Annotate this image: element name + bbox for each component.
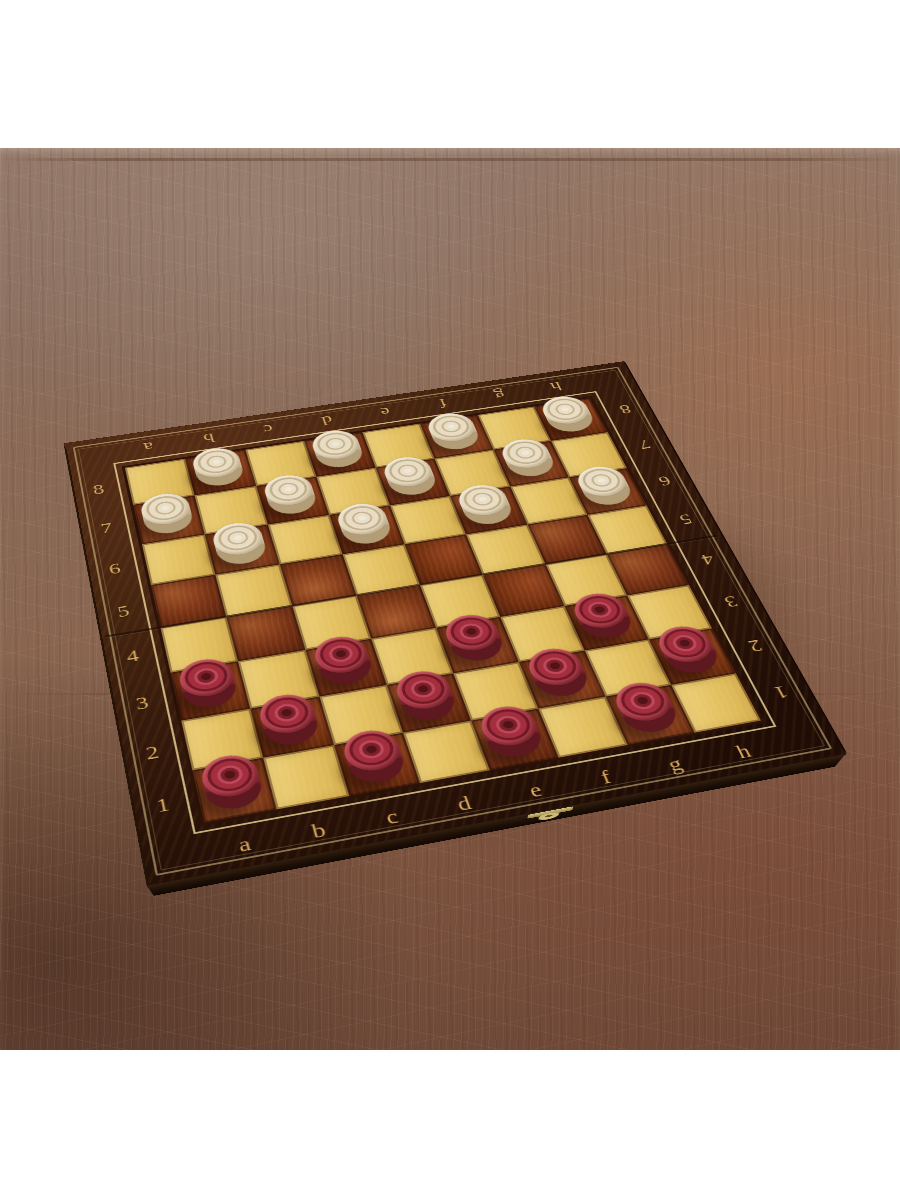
square-b2[interactable]: [250, 696, 333, 757]
checker-barrel: [575, 607, 628, 625]
file-label-d: d: [423, 783, 505, 824]
board-scene: abcdefgh abcdefgh 87654321 87654321: [100, 335, 740, 834]
checker-barrel: [617, 697, 673, 717]
checker-white-e7[interactable]: [383, 463, 440, 498]
checker-top: [176, 656, 237, 700]
checker-red-e1[interactable]: [480, 714, 547, 761]
square-a5[interactable]: [151, 575, 227, 628]
checker-base: [395, 678, 460, 724]
checker-barrel: [397, 685, 452, 705]
checker-base: [528, 655, 594, 699]
file-label-g: g: [634, 744, 715, 783]
checker-white-b6[interactable]: [212, 529, 269, 567]
square-g2[interactable]: [584, 639, 671, 696]
file-label-b: b: [278, 809, 360, 851]
square-f1[interactable]: [538, 696, 627, 757]
square-e1[interactable]: [471, 708, 559, 770]
square-a1[interactable]: [192, 757, 277, 822]
checker-red-d2[interactable]: [395, 678, 460, 724]
checker-top: [310, 634, 372, 677]
checker-white-g7[interactable]: [501, 445, 559, 480]
checker-top: [475, 703, 542, 750]
board-top-face: abcdefgh abcdefgh 87654321 87654321: [64, 361, 846, 885]
file-label-a: a: [204, 823, 286, 866]
checker-barrel: [261, 709, 317, 729]
checker-red-c1[interactable]: [342, 738, 408, 787]
rank-label-3: 3: [119, 676, 165, 730]
checker-top: [441, 612, 504, 654]
square-d3[interactable]: [371, 628, 453, 685]
square-d4[interactable]: [356, 585, 436, 639]
square-a4[interactable]: [161, 617, 239, 673]
checker-red-h2[interactable]: [657, 633, 724, 676]
square-c3[interactable]: [305, 639, 386, 696]
checker-red-a1[interactable]: [201, 763, 266, 813]
checker-base: [259, 701, 323, 748]
square-d2[interactable]: [386, 673, 471, 733]
checker-red-a3[interactable]: [179, 666, 240, 711]
file-label-c: c: [351, 796, 433, 838]
checker-white-a7[interactable]: [140, 500, 195, 537]
checker-white-h6[interactable]: [576, 472, 636, 508]
square-e2[interactable]: [453, 662, 538, 721]
checker-white-f6[interactable]: [458, 490, 517, 527]
checker-white-d8[interactable]: [311, 436, 366, 470]
checker-base: [614, 690, 682, 736]
square-h1[interactable]: [671, 673, 761, 733]
checker-top: [339, 727, 405, 775]
checker-base: [201, 763, 266, 813]
checker-red-f2[interactable]: [528, 655, 594, 699]
checker-barrel: [180, 673, 235, 693]
checker-red-b2[interactable]: [259, 701, 323, 748]
checker-base: [444, 622, 507, 665]
rank-label-2: 2: [129, 724, 176, 781]
square-f3[interactable]: [501, 606, 585, 661]
checker-base: [179, 666, 240, 711]
rank-label-4: 4: [110, 630, 155, 682]
square-c1[interactable]: [333, 733, 419, 797]
square-h2[interactable]: [648, 628, 735, 685]
file-label-h: h: [703, 732, 784, 771]
square-b1[interactable]: [263, 745, 348, 809]
rank-label-1: 1: [139, 775, 188, 836]
checker-barrel: [660, 640, 714, 659]
checker-base: [480, 714, 547, 761]
rank-label-5: 5: [102, 587, 145, 636]
checker-top: [256, 691, 319, 737]
checker-base: [342, 738, 408, 787]
square-e3[interactable]: [436, 617, 519, 673]
folding-board-box: abcdefgh abcdefgh 87654321 87654321: [64, 361, 846, 885]
checker-red-g1[interactable]: [614, 690, 682, 736]
checker-barrel: [447, 628, 501, 647]
checker-barrel: [530, 662, 585, 681]
file-label-f: f: [565, 757, 647, 797]
checker-white-h8[interactable]: [541, 402, 598, 435]
square-b4[interactable]: [227, 606, 305, 661]
square-g3[interactable]: [564, 596, 648, 651]
square-b5[interactable]: [216, 564, 292, 617]
square-g1[interactable]: [605, 685, 694, 745]
checker-barrel: [344, 746, 401, 767]
square-f2[interactable]: [519, 650, 605, 708]
square-a2[interactable]: [181, 708, 263, 770]
square-a3[interactable]: [171, 661, 251, 720]
square-h3[interactable]: [627, 585, 712, 639]
checker-base: [572, 600, 636, 642]
checker-top: [652, 623, 718, 666]
checker-top: [523, 645, 588, 689]
checker-red-c3[interactable]: [313, 644, 375, 688]
checker-white-f8[interactable]: [427, 419, 483, 453]
checker-red-e3[interactable]: [444, 622, 507, 665]
checker-top: [609, 679, 677, 725]
square-d1[interactable]: [403, 720, 490, 783]
checker-base: [657, 633, 724, 676]
checker-top: [568, 590, 632, 631]
checker-red-g3[interactable]: [572, 600, 636, 642]
checker-barrel: [203, 771, 261, 793]
checker-white-b8[interactable]: [192, 454, 246, 489]
checker-barrel: [315, 651, 369, 670]
square-c2[interactable]: [319, 685, 403, 745]
checker-base: [313, 644, 375, 688]
square-b3[interactable]: [238, 650, 319, 708]
checker-top: [198, 751, 262, 800]
checker-top: [391, 667, 455, 712]
checker-white-d6[interactable]: [337, 509, 395, 547]
checker-white-c7[interactable]: [263, 481, 319, 517]
checker-barrel: [483, 721, 540, 742]
file-label-e: e: [495, 770, 577, 810]
square-c4[interactable]: [292, 596, 371, 651]
